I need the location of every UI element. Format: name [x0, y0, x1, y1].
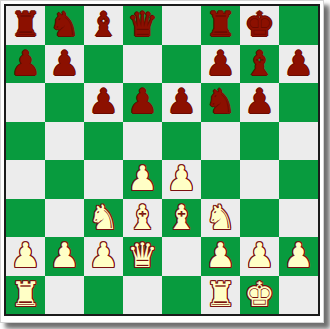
- square-b7[interactable]: ♟: [45, 45, 84, 84]
- square-h1[interactable]: [279, 276, 318, 315]
- square-a3[interactable]: [6, 199, 45, 238]
- piece-black-queen[interactable]: ♛: [127, 7, 157, 41]
- chess-board-frame: ♜♞♝♛♜♚♟♟♟♝♟♟♟♟♞♟♟♟♞♝♝♞♟♟♟♛♟♟♟♜♜♚: [4, 4, 320, 316]
- square-b6[interactable]: [45, 83, 84, 122]
- square-f7[interactable]: ♟: [201, 45, 240, 84]
- square-c4[interactable]: [84, 160, 123, 199]
- piece-black-rook[interactable]: ♜: [10, 7, 40, 41]
- square-h6[interactable]: [279, 83, 318, 122]
- piece-black-pawn[interactable]: ♟: [49, 46, 79, 80]
- square-d5[interactable]: [123, 122, 162, 161]
- square-g6[interactable]: ♟: [240, 83, 279, 122]
- square-h2[interactable]: ♟: [279, 237, 318, 276]
- square-h5[interactable]: [279, 122, 318, 161]
- square-e3[interactable]: ♝: [162, 199, 201, 238]
- square-c5[interactable]: [84, 122, 123, 161]
- square-b3[interactable]: [45, 199, 84, 238]
- square-h4[interactable]: [279, 160, 318, 199]
- square-f4[interactable]: [201, 160, 240, 199]
- piece-black-knight[interactable]: ♞: [49, 7, 79, 41]
- square-b1[interactable]: [45, 276, 84, 315]
- square-e7[interactable]: [162, 45, 201, 84]
- square-b5[interactable]: [45, 122, 84, 161]
- square-c3[interactable]: ♞: [84, 199, 123, 238]
- piece-black-pawn[interactable]: ♟: [283, 46, 313, 80]
- piece-white-pawn[interactable]: ♟: [244, 238, 274, 272]
- square-d2[interactable]: ♛: [123, 237, 162, 276]
- piece-black-pawn[interactable]: ♟: [10, 46, 40, 80]
- piece-black-pawn[interactable]: ♟: [166, 84, 196, 118]
- square-f5[interactable]: [201, 122, 240, 161]
- square-d7[interactable]: [123, 45, 162, 84]
- square-e8[interactable]: [162, 6, 201, 45]
- piece-black-pawn[interactable]: ♟: [88, 84, 118, 118]
- piece-black-pawn[interactable]: ♟: [127, 84, 157, 118]
- chess-app-window: ♜♞♝♛♜♚♟♟♟♝♟♟♟♟♞♟♟♟♞♝♝♞♟♟♟♛♟♟♟♜♜♚: [0, 0, 330, 329]
- square-c2[interactable]: ♟: [84, 237, 123, 276]
- square-f8[interactable]: ♜: [201, 6, 240, 45]
- piece-white-bishop[interactable]: ♝: [166, 200, 196, 234]
- piece-white-pawn[interactable]: ♟: [205, 238, 235, 272]
- piece-black-rook[interactable]: ♜: [205, 7, 235, 41]
- square-d6[interactable]: ♟: [123, 83, 162, 122]
- square-d1[interactable]: [123, 276, 162, 315]
- square-g1[interactable]: ♚: [240, 276, 279, 315]
- square-g3[interactable]: [240, 199, 279, 238]
- piece-white-rook[interactable]: ♜: [205, 277, 235, 311]
- chess-board: ♜♞♝♛♜♚♟♟♟♝♟♟♟♟♞♟♟♟♞♝♝♞♟♟♟♛♟♟♟♜♜♚: [6, 6, 318, 314]
- square-d4[interactable]: ♟: [123, 160, 162, 199]
- square-a6[interactable]: [6, 83, 45, 122]
- square-g7[interactable]: ♝: [240, 45, 279, 84]
- piece-black-bishop[interactable]: ♝: [244, 46, 274, 80]
- square-d3[interactable]: ♝: [123, 199, 162, 238]
- square-c6[interactable]: ♟: [84, 83, 123, 122]
- piece-black-bishop[interactable]: ♝: [88, 7, 118, 41]
- piece-white-king[interactable]: ♚: [244, 277, 274, 311]
- square-h8[interactable]: [279, 6, 318, 45]
- piece-white-pawn[interactable]: ♟: [49, 238, 79, 272]
- chess-board-card: ♜♞♝♛♜♚♟♟♟♝♟♟♟♟♞♟♟♟♞♝♝♞♟♟♟♛♟♟♟♜♜♚: [0, 0, 324, 323]
- piece-white-pawn[interactable]: ♟: [88, 238, 118, 272]
- square-h3[interactable]: [279, 199, 318, 238]
- square-g4[interactable]: [240, 160, 279, 199]
- piece-black-pawn[interactable]: ♟: [244, 84, 274, 118]
- piece-white-pawn[interactable]: ♟: [127, 161, 157, 195]
- square-e4[interactable]: ♟: [162, 160, 201, 199]
- piece-black-pawn[interactable]: ♟: [205, 46, 235, 80]
- square-b2[interactable]: ♟: [45, 237, 84, 276]
- square-g2[interactable]: ♟: [240, 237, 279, 276]
- piece-white-knight[interactable]: ♞: [88, 200, 118, 234]
- square-b4[interactable]: [45, 160, 84, 199]
- piece-white-pawn[interactable]: ♟: [10, 238, 40, 272]
- square-e6[interactable]: ♟: [162, 83, 201, 122]
- square-g8[interactable]: ♚: [240, 6, 279, 45]
- square-a2[interactable]: ♟: [6, 237, 45, 276]
- square-f3[interactable]: ♞: [201, 199, 240, 238]
- square-f6[interactable]: ♞: [201, 83, 240, 122]
- square-a1[interactable]: ♜: [6, 276, 45, 315]
- square-g5[interactable]: [240, 122, 279, 161]
- square-f1[interactable]: ♜: [201, 276, 240, 315]
- square-f2[interactable]: ♟: [201, 237, 240, 276]
- square-a7[interactable]: ♟: [6, 45, 45, 84]
- piece-white-knight[interactable]: ♞: [205, 200, 235, 234]
- square-e2[interactable]: [162, 237, 201, 276]
- piece-white-rook[interactable]: ♜: [10, 277, 40, 311]
- square-a8[interactable]: ♜: [6, 6, 45, 45]
- square-b8[interactable]: ♞: [45, 6, 84, 45]
- square-e1[interactable]: [162, 276, 201, 315]
- square-a4[interactable]: [6, 160, 45, 199]
- square-h7[interactable]: ♟: [279, 45, 318, 84]
- square-d8[interactable]: ♛: [123, 6, 162, 45]
- square-e5[interactable]: [162, 122, 201, 161]
- piece-white-queen[interactable]: ♛: [127, 238, 157, 272]
- square-c1[interactable]: [84, 276, 123, 315]
- square-c8[interactable]: ♝: [84, 6, 123, 45]
- piece-black-knight[interactable]: ♞: [205, 84, 235, 118]
- square-c7[interactable]: [84, 45, 123, 84]
- piece-white-bishop[interactable]: ♝: [127, 200, 157, 234]
- piece-white-pawn[interactable]: ♟: [283, 238, 313, 272]
- square-a5[interactable]: [6, 122, 45, 161]
- piece-black-king[interactable]: ♚: [244, 7, 274, 41]
- piece-white-pawn[interactable]: ♟: [166, 161, 196, 195]
